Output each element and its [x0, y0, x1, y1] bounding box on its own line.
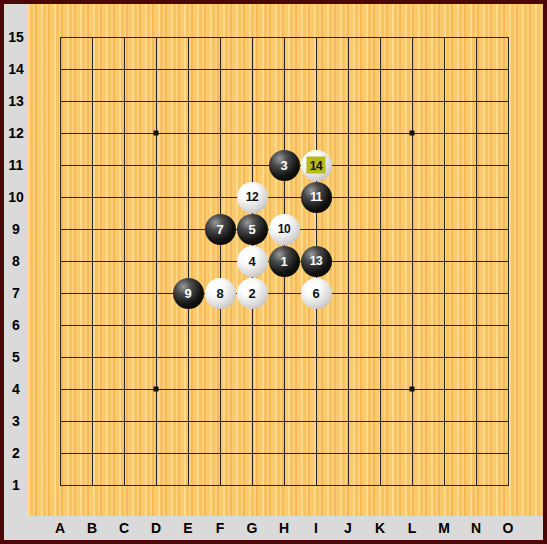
- intersection-K11[interactable]: [364, 149, 396, 181]
- intersection-J11[interactable]: [332, 149, 364, 181]
- intersection-O10[interactable]: [492, 181, 524, 213]
- intersection-H8[interactable]: 1: [268, 245, 300, 277]
- stone-black-13: 13: [301, 246, 332, 277]
- row-label-2: 2: [4, 437, 28, 469]
- intersection-F14[interactable]: [204, 53, 236, 85]
- intersection-G11[interactable]: [236, 149, 268, 181]
- column-label-J: J: [332, 516, 364, 540]
- intersection-K7[interactable]: [364, 277, 396, 309]
- star-point-L12: [410, 131, 415, 136]
- intersection-L6[interactable]: [396, 309, 428, 341]
- stone-black-1: 1: [269, 246, 300, 277]
- intersection-D14[interactable]: [140, 53, 172, 85]
- column-label-F: F: [204, 516, 236, 540]
- intersection-F13[interactable]: [204, 85, 236, 117]
- column-label-E: E: [172, 516, 204, 540]
- intersection-G4[interactable]: [236, 373, 268, 405]
- column-label-A: A: [44, 516, 76, 540]
- intersection-B5[interactable]: [76, 341, 108, 373]
- stone-number: 7: [216, 223, 223, 236]
- intersection-M6[interactable]: [428, 309, 460, 341]
- intersection-O1[interactable]: [492, 469, 524, 501]
- intersection-F9[interactable]: 7: [204, 213, 236, 245]
- intersection-G1[interactable]: [236, 469, 268, 501]
- intersection-H7[interactable]: [268, 277, 300, 309]
- intersection-C14[interactable]: [108, 53, 140, 85]
- intersection-B1[interactable]: [76, 469, 108, 501]
- intersection-D9[interactable]: [140, 213, 172, 245]
- intersection-G2[interactable]: [236, 437, 268, 469]
- stone-number: 12: [246, 191, 258, 203]
- intersection-L1[interactable]: [396, 469, 428, 501]
- board-wood: 3141211751041139826: [28, 4, 543, 516]
- intersection-H3[interactable]: [268, 405, 300, 437]
- intersection-N11[interactable]: [460, 149, 492, 181]
- intersection-G12[interactable]: [236, 117, 268, 149]
- intersection-K8[interactable]: [364, 245, 396, 277]
- row-label-14: 14: [4, 53, 28, 85]
- intersection-H14[interactable]: [268, 53, 300, 85]
- intersection-L10[interactable]: [396, 181, 428, 213]
- intersection-C13[interactable]: [108, 85, 140, 117]
- intersection-H1[interactable]: [268, 469, 300, 501]
- intersection-K6[interactable]: [364, 309, 396, 341]
- intersection-N7[interactable]: [460, 277, 492, 309]
- intersection-H10[interactable]: [268, 181, 300, 213]
- intersection-J8[interactable]: [332, 245, 364, 277]
- stone-black-5: 5: [237, 214, 268, 245]
- intersection-I4[interactable]: [300, 373, 332, 405]
- intersection-N3[interactable]: [460, 405, 492, 437]
- column-coordinate-strip: ABCDEFGHIJKLMNO: [4, 516, 543, 540]
- intersection-L13[interactable]: [396, 85, 428, 117]
- intersection-J12[interactable]: [332, 117, 364, 149]
- intersection-O14[interactable]: [492, 53, 524, 85]
- stone-number: 2: [248, 287, 255, 300]
- intersection-L15[interactable]: [396, 21, 428, 53]
- intersection-M1[interactable]: [428, 469, 460, 501]
- intersection-M10[interactable]: [428, 181, 460, 213]
- intersection-E5[interactable]: [172, 341, 204, 373]
- row-label-7: 7: [4, 277, 28, 309]
- intersection-D3[interactable]: [140, 405, 172, 437]
- intersection-E7[interactable]: 9: [172, 277, 204, 309]
- intersection-I7[interactable]: 6: [300, 277, 332, 309]
- intersection-I11[interactable]: 14: [300, 149, 332, 181]
- intersection-F5[interactable]: [204, 341, 236, 373]
- intersection-E12[interactable]: [172, 117, 204, 149]
- intersection-I5[interactable]: [300, 341, 332, 373]
- intersection-I2[interactable]: [300, 437, 332, 469]
- intersection-A7[interactable]: [44, 277, 76, 309]
- intersection-C1[interactable]: [108, 469, 140, 501]
- intersection-C12[interactable]: [108, 117, 140, 149]
- intersection-L9[interactable]: [396, 213, 428, 245]
- intersection-I10[interactable]: 11: [300, 181, 332, 213]
- stone-white-12: 12: [237, 182, 268, 213]
- star-point-D4: [154, 387, 159, 392]
- stone-number: 11: [310, 191, 322, 203]
- column-label-G: G: [236, 516, 268, 540]
- intersection-O4[interactable]: [492, 373, 524, 405]
- intersection-M8[interactable]: [428, 245, 460, 277]
- intersection-A13[interactable]: [44, 85, 76, 117]
- intersection-C9[interactable]: [108, 213, 140, 245]
- intersection-H5[interactable]: [268, 341, 300, 373]
- intersection-O12[interactable]: [492, 117, 524, 149]
- column-label-O: O: [492, 516, 524, 540]
- intersection-D12[interactable]: [140, 117, 172, 149]
- stone-number: 5: [248, 223, 255, 236]
- intersection-I15[interactable]: [300, 21, 332, 53]
- row-coordinate-strip: 151413121110987654321: [4, 4, 28, 516]
- intersection-N13[interactable]: [460, 85, 492, 117]
- stone-number: 9: [184, 287, 191, 300]
- intersection-L5[interactable]: [396, 341, 428, 373]
- intersection-O5[interactable]: [492, 341, 524, 373]
- intersection-M14[interactable]: [428, 53, 460, 85]
- intersection-M15[interactable]: [428, 21, 460, 53]
- row-label-5: 5: [4, 341, 28, 373]
- intersection-C15[interactable]: [108, 21, 140, 53]
- intersection-K2[interactable]: [364, 437, 396, 469]
- intersection-J2[interactable]: [332, 437, 364, 469]
- intersection-A10[interactable]: [44, 181, 76, 213]
- intersection-J9[interactable]: [332, 213, 364, 245]
- intersection-K10[interactable]: [364, 181, 396, 213]
- intersection-O6[interactable]: [492, 309, 524, 341]
- intersection-F10[interactable]: [204, 181, 236, 213]
- intersection-F15[interactable]: [204, 21, 236, 53]
- intersection-D6[interactable]: [140, 309, 172, 341]
- intersection-A9[interactable]: [44, 213, 76, 245]
- intersection-D11[interactable]: [140, 149, 172, 181]
- row-label-3: 3: [4, 405, 28, 437]
- intersection-L4[interactable]: [396, 373, 428, 405]
- intersection-B14[interactable]: [76, 53, 108, 85]
- intersection-I8[interactable]: 13: [300, 245, 332, 277]
- intersection-J4[interactable]: [332, 373, 364, 405]
- intersection-O7[interactable]: [492, 277, 524, 309]
- intersection-I14[interactable]: [300, 53, 332, 85]
- intersection-M13[interactable]: [428, 85, 460, 117]
- intersection-N8[interactable]: [460, 245, 492, 277]
- row-label-9: 9: [4, 213, 28, 245]
- intersection-M4[interactable]: [428, 373, 460, 405]
- intersection-E11[interactable]: [172, 149, 204, 181]
- intersection-N4[interactable]: [460, 373, 492, 405]
- intersection-E14[interactable]: [172, 53, 204, 85]
- intersection-E13[interactable]: [172, 85, 204, 117]
- row-label-12: 12: [4, 117, 28, 149]
- intersection-K5[interactable]: [364, 341, 396, 373]
- go-board-window: 3141211751041139826 15141312111098765432…: [0, 0, 547, 544]
- intersection-L3[interactable]: [396, 405, 428, 437]
- intersection-J15[interactable]: [332, 21, 364, 53]
- intersection-B12[interactable]: [76, 117, 108, 149]
- intersection-J6[interactable]: [332, 309, 364, 341]
- intersection-G7[interactable]: 2: [236, 277, 268, 309]
- star-point-L4: [410, 387, 415, 392]
- intersection-H9[interactable]: 10: [268, 213, 300, 245]
- stone-number: 1: [280, 255, 287, 268]
- stone-white-2: 2: [237, 278, 268, 309]
- intersection-C8[interactable]: [108, 245, 140, 277]
- intersection-B7[interactable]: [76, 277, 108, 309]
- intersection-K4[interactable]: [364, 373, 396, 405]
- intersection-D15[interactable]: [140, 21, 172, 53]
- intersection-H12[interactable]: [268, 117, 300, 149]
- intersection-E9[interactable]: [172, 213, 204, 245]
- intersection-G6[interactable]: [236, 309, 268, 341]
- intersection-F1[interactable]: [204, 469, 236, 501]
- intersection-B6[interactable]: [76, 309, 108, 341]
- intersection-C3[interactable]: [108, 405, 140, 437]
- intersection-C5[interactable]: [108, 341, 140, 373]
- intersection-L12[interactable]: [396, 117, 428, 149]
- intersection-A6[interactable]: [44, 309, 76, 341]
- intersection-F6[interactable]: [204, 309, 236, 341]
- stone-number: 8: [216, 287, 223, 300]
- stone-black-11: 11: [301, 182, 332, 213]
- intersection-G13[interactable]: [236, 85, 268, 117]
- column-label-K: K: [364, 516, 396, 540]
- column-label-C: C: [108, 516, 140, 540]
- intersection-J13[interactable]: [332, 85, 364, 117]
- intersection-E4[interactable]: [172, 373, 204, 405]
- intersection-H15[interactable]: [268, 21, 300, 53]
- last-move-marker: 14: [307, 157, 326, 174]
- intersection-F11[interactable]: [204, 149, 236, 181]
- intersection-I12[interactable]: [300, 117, 332, 149]
- row-label-4: 4: [4, 373, 28, 405]
- intersection-B3[interactable]: [76, 405, 108, 437]
- intersection-M5[interactable]: [428, 341, 460, 373]
- intersection-D10[interactable]: [140, 181, 172, 213]
- intersection-L14[interactable]: [396, 53, 428, 85]
- intersection-E8[interactable]: [172, 245, 204, 277]
- intersection-D2[interactable]: [140, 437, 172, 469]
- column-label-D: D: [140, 516, 172, 540]
- intersection-N2[interactable]: [460, 437, 492, 469]
- intersection-H2[interactable]: [268, 437, 300, 469]
- intersection-B13[interactable]: [76, 85, 108, 117]
- intersection-D7[interactable]: [140, 277, 172, 309]
- intersection-B9[interactable]: [76, 213, 108, 245]
- intersection-O2[interactable]: [492, 437, 524, 469]
- row-label-8: 8: [4, 245, 28, 277]
- row-label-6: 6: [4, 309, 28, 341]
- intersection-M7[interactable]: [428, 277, 460, 309]
- intersection-O8[interactable]: [492, 245, 524, 277]
- intersection-A12[interactable]: [44, 117, 76, 149]
- intersection-M11[interactable]: [428, 149, 460, 181]
- intersection-C6[interactable]: [108, 309, 140, 341]
- stone-number: 10: [278, 223, 290, 235]
- intersection-F12[interactable]: [204, 117, 236, 149]
- intersection-B11[interactable]: [76, 149, 108, 181]
- intersection-E10[interactable]: [172, 181, 204, 213]
- intersection-J3[interactable]: [332, 405, 364, 437]
- intersection-J14[interactable]: [332, 53, 364, 85]
- intersection-G3[interactable]: [236, 405, 268, 437]
- row-label-10: 10: [4, 181, 28, 213]
- intersection-N10[interactable]: [460, 181, 492, 213]
- column-label-N: N: [460, 516, 492, 540]
- row-label-1: 1: [4, 469, 28, 501]
- intersection-E6[interactable]: [172, 309, 204, 341]
- intersection-D5[interactable]: [140, 341, 172, 373]
- intersection-E2[interactable]: [172, 437, 204, 469]
- intersection-D13[interactable]: [140, 85, 172, 117]
- intersection-B10[interactable]: [76, 181, 108, 213]
- intersection-O3[interactable]: [492, 405, 524, 437]
- stone-white-6: 6: [301, 278, 332, 309]
- intersection-I3[interactable]: [300, 405, 332, 437]
- intersection-C11[interactable]: [108, 149, 140, 181]
- intersection-N1[interactable]: [460, 469, 492, 501]
- intersection-F7[interactable]: 8: [204, 277, 236, 309]
- intersection-F2[interactable]: [204, 437, 236, 469]
- intersection-K12[interactable]: [364, 117, 396, 149]
- intersection-J10[interactable]: [332, 181, 364, 213]
- row-label-15: 15: [4, 21, 28, 53]
- intersection-C2[interactable]: [108, 437, 140, 469]
- intersection-F4[interactable]: [204, 373, 236, 405]
- intersection-K15[interactable]: [364, 21, 396, 53]
- intersection-O11[interactable]: [492, 149, 524, 181]
- intersection-K9[interactable]: [364, 213, 396, 245]
- intersection-K13[interactable]: [364, 85, 396, 117]
- intersection-M3[interactable]: [428, 405, 460, 437]
- row-label-11: 11: [4, 149, 28, 181]
- intersection-L11[interactable]: [396, 149, 428, 181]
- intersection-L8[interactable]: [396, 245, 428, 277]
- stone-number: 4: [248, 255, 255, 268]
- intersection-I1[interactable]: [300, 469, 332, 501]
- board-intersections: 3141211751041139826: [44, 21, 524, 501]
- intersection-G9[interactable]: 5: [236, 213, 268, 245]
- intersection-N12[interactable]: [460, 117, 492, 149]
- intersection-A14[interactable]: [44, 53, 76, 85]
- intersection-A5[interactable]: [44, 341, 76, 373]
- column-label-L: L: [396, 516, 428, 540]
- intersection-O13[interactable]: [492, 85, 524, 117]
- intersection-A1[interactable]: [44, 469, 76, 501]
- intersection-I6[interactable]: [300, 309, 332, 341]
- intersection-D8[interactable]: [140, 245, 172, 277]
- stone-number: 3: [280, 159, 287, 172]
- intersection-H13[interactable]: [268, 85, 300, 117]
- intersection-O9[interactable]: [492, 213, 524, 245]
- intersection-D1[interactable]: [140, 469, 172, 501]
- intersection-C10[interactable]: [108, 181, 140, 213]
- stone-white-14: 14: [301, 150, 332, 181]
- intersection-A15[interactable]: [44, 21, 76, 53]
- intersection-L7[interactable]: [396, 277, 428, 309]
- intersection-M9[interactable]: [428, 213, 460, 245]
- stone-black-7: 7: [205, 214, 236, 245]
- stone-number: 13: [310, 255, 322, 267]
- intersection-J7[interactable]: [332, 277, 364, 309]
- intersection-A3[interactable]: [44, 405, 76, 437]
- intersection-F3[interactable]: [204, 405, 236, 437]
- intersection-F8[interactable]: [204, 245, 236, 277]
- intersection-O15[interactable]: [492, 21, 524, 53]
- intersection-N6[interactable]: [460, 309, 492, 341]
- intersection-E15[interactable]: [172, 21, 204, 53]
- column-label-M: M: [428, 516, 460, 540]
- intersection-G5[interactable]: [236, 341, 268, 373]
- intersection-E1[interactable]: [172, 469, 204, 501]
- intersection-N5[interactable]: [460, 341, 492, 373]
- column-label-B: B: [76, 516, 108, 540]
- column-label-H: H: [268, 516, 300, 540]
- intersection-C7[interactable]: [108, 277, 140, 309]
- intersection-K1[interactable]: [364, 469, 396, 501]
- stone-number: 14: [310, 159, 322, 171]
- stone-black-3: 3: [269, 150, 300, 181]
- intersection-N14[interactable]: [460, 53, 492, 85]
- intersection-G8[interactable]: 4: [236, 245, 268, 277]
- stone-white-10: 10: [269, 214, 300, 245]
- intersection-N9[interactable]: [460, 213, 492, 245]
- intersection-K14[interactable]: [364, 53, 396, 85]
- stone-white-4: 4: [237, 246, 268, 277]
- intersection-J5[interactable]: [332, 341, 364, 373]
- intersection-H4[interactable]: [268, 373, 300, 405]
- intersection-D4[interactable]: [140, 373, 172, 405]
- intersection-B4[interactable]: [76, 373, 108, 405]
- intersection-H11[interactable]: 3: [268, 149, 300, 181]
- intersection-C4[interactable]: [108, 373, 140, 405]
- row-label-13: 13: [4, 85, 28, 117]
- intersection-M2[interactable]: [428, 437, 460, 469]
- intersection-B2[interactable]: [76, 437, 108, 469]
- intersection-G15[interactable]: [236, 21, 268, 53]
- intersection-G14[interactable]: [236, 53, 268, 85]
- intersection-I9[interactable]: [300, 213, 332, 245]
- intersection-A11[interactable]: [44, 149, 76, 181]
- intersection-B15[interactable]: [76, 21, 108, 53]
- intersection-M12[interactable]: [428, 117, 460, 149]
- column-label-I: I: [300, 516, 332, 540]
- intersection-N15[interactable]: [460, 21, 492, 53]
- intersection-A8[interactable]: [44, 245, 76, 277]
- intersection-G10[interactable]: 12: [236, 181, 268, 213]
- intersection-H6[interactable]: [268, 309, 300, 341]
- intersection-L2[interactable]: [396, 437, 428, 469]
- stone-black-9: 9: [173, 278, 204, 309]
- intersection-I13[interactable]: [300, 85, 332, 117]
- intersection-B8[interactable]: [76, 245, 108, 277]
- stone-white-8: 8: [205, 278, 236, 309]
- intersection-A2[interactable]: [44, 437, 76, 469]
- intersection-K3[interactable]: [364, 405, 396, 437]
- stone-number: 6: [312, 287, 319, 300]
- intersection-E3[interactable]: [172, 405, 204, 437]
- intersection-J1[interactable]: [332, 469, 364, 501]
- intersection-A4[interactable]: [44, 373, 76, 405]
- star-point-D12: [154, 131, 159, 136]
